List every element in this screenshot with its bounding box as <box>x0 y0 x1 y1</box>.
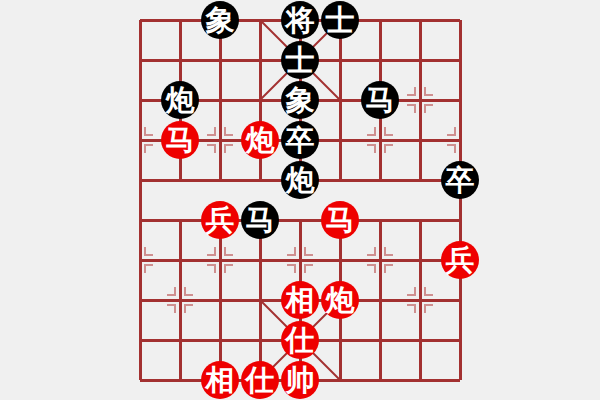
point-8-0[interactable] <box>440 0 480 40</box>
point-5-3[interactable] <box>320 120 360 160</box>
point-1-1[interactable] <box>160 40 200 80</box>
piece-glyph: 卒 <box>286 126 315 155</box>
piece-glyph: 象 <box>206 6 235 35</box>
point-1-4[interactable] <box>160 160 200 200</box>
point-8-3[interactable] <box>440 120 480 160</box>
point-7-4[interactable] <box>400 160 440 200</box>
point-5-6[interactable] <box>320 240 360 280</box>
point-1-5[interactable] <box>160 200 200 240</box>
point-2-1[interactable] <box>200 40 240 80</box>
point-8-5[interactable] <box>440 200 480 240</box>
piece-glyph: 相 <box>286 286 315 315</box>
point-6-9[interactable] <box>360 360 400 400</box>
point-2-4[interactable] <box>200 160 240 200</box>
piece-glyph: 炮 <box>286 166 315 195</box>
piece-black-advisor[interactable]: 士 <box>321 1 359 39</box>
piece-black-advisor[interactable]: 士 <box>281 41 319 79</box>
point-8-7[interactable] <box>440 280 480 320</box>
piece-glyph: 仕 <box>246 366 275 395</box>
point-1-9[interactable] <box>160 360 200 400</box>
piece-glyph: 象 <box>286 86 315 115</box>
point-5-4[interactable] <box>320 160 360 200</box>
point-3-1[interactable] <box>240 40 280 80</box>
piece-glyph: 马 <box>326 206 355 235</box>
point-1-7[interactable] <box>160 280 200 320</box>
piece-glyph: 马 <box>366 86 395 115</box>
piece-black-general[interactable]: 将 <box>281 1 319 39</box>
piece-red-general[interactable]: 帅 <box>281 361 319 399</box>
piece-glyph: 马 <box>166 126 195 155</box>
point-7-0[interactable] <box>400 0 440 40</box>
point-8-1[interactable] <box>440 40 480 80</box>
point-2-8[interactable] <box>200 320 240 360</box>
point-5-9[interactable] <box>320 360 360 400</box>
point-1-8[interactable] <box>160 320 200 360</box>
piece-red-cannon[interactable]: 炮 <box>321 281 359 319</box>
piece-red-elephant[interactable]: 相 <box>281 281 319 319</box>
piece-glyph: 兵 <box>446 246 475 275</box>
point-8-2[interactable] <box>440 80 480 120</box>
point-0-6[interactable] <box>120 240 160 280</box>
piece-red-cannon[interactable]: 炮 <box>241 121 279 159</box>
point-6-0[interactable] <box>360 0 400 40</box>
point-3-7[interactable] <box>240 280 280 320</box>
piece-red-horse[interactable]: 马 <box>161 121 199 159</box>
piece-red-elephant[interactable]: 相 <box>201 361 239 399</box>
point-0-8[interactable] <box>120 320 160 360</box>
piece-glyph: 将 <box>286 6 315 35</box>
point-0-4[interactable] <box>120 160 160 200</box>
piece-red-pawn[interactable]: 兵 <box>441 241 479 279</box>
point-0-1[interactable] <box>120 40 160 80</box>
point-7-1[interactable] <box>400 40 440 80</box>
point-3-8[interactable] <box>240 320 280 360</box>
piece-black-pawn[interactable]: 卒 <box>281 121 319 159</box>
point-0-9[interactable] <box>120 360 160 400</box>
piece-black-cannon[interactable]: 炮 <box>161 81 199 119</box>
piece-black-horse[interactable]: 马 <box>241 201 279 239</box>
point-0-7[interactable] <box>120 280 160 320</box>
point-6-3[interactable] <box>360 120 400 160</box>
xiangqi-board: 象将士士炮象马马炮卒炮卒兵马马兵相炮仕相仕帅 <box>0 0 600 400</box>
piece-black-elephant[interactable]: 象 <box>281 81 319 119</box>
point-7-3[interactable] <box>400 120 440 160</box>
piece-glyph: 士 <box>286 46 315 75</box>
point-5-1[interactable] <box>320 40 360 80</box>
piece-red-pawn[interactable]: 兵 <box>201 201 239 239</box>
point-0-2[interactable] <box>120 80 160 120</box>
point-6-5[interactable] <box>360 200 400 240</box>
piece-glyph: 马 <box>246 206 275 235</box>
point-3-4[interactable] <box>240 160 280 200</box>
piece-glyph: 仕 <box>286 326 315 355</box>
point-0-5[interactable] <box>120 200 160 240</box>
point-6-4[interactable] <box>360 160 400 200</box>
piece-black-elephant[interactable]: 象 <box>201 1 239 39</box>
point-3-0[interactable] <box>240 0 280 40</box>
point-6-8[interactable] <box>360 320 400 360</box>
piece-black-cannon[interactable]: 炮 <box>281 161 319 199</box>
piece-glyph: 炮 <box>166 86 195 115</box>
point-0-3[interactable] <box>120 120 160 160</box>
point-4-6[interactable] <box>280 240 320 280</box>
point-7-8[interactable] <box>400 320 440 360</box>
point-6-1[interactable] <box>360 40 400 80</box>
piece-glyph: 帅 <box>286 366 315 395</box>
piece-red-advisor[interactable]: 仕 <box>281 321 319 359</box>
point-3-2[interactable] <box>240 80 280 120</box>
piece-glyph: 士 <box>326 6 355 35</box>
xiangqi-board-grid: 象将士士炮象马马炮卒炮卒兵马马兵相炮仕相仕帅 <box>120 0 480 400</box>
point-2-3[interactable] <box>200 120 240 160</box>
point-3-6[interactable] <box>240 240 280 280</box>
point-7-6[interactable] <box>400 240 440 280</box>
point-0-0[interactable] <box>120 0 160 40</box>
piece-glyph: 炮 <box>246 126 275 155</box>
point-4-5[interactable] <box>280 200 320 240</box>
point-1-6[interactable] <box>160 240 200 280</box>
point-6-6[interactable] <box>360 240 400 280</box>
point-8-8[interactable] <box>440 320 480 360</box>
point-5-2[interactable] <box>320 80 360 120</box>
point-5-8[interactable] <box>320 320 360 360</box>
point-2-6[interactable] <box>200 240 240 280</box>
piece-glyph: 卒 <box>446 166 475 195</box>
point-7-5[interactable] <box>400 200 440 240</box>
piece-glyph: 兵 <box>206 206 235 235</box>
point-6-7[interactable] <box>360 280 400 320</box>
piece-black-pawn[interactable]: 卒 <box>441 161 479 199</box>
piece-red-horse[interactable]: 马 <box>321 201 359 239</box>
point-7-9[interactable] <box>400 360 440 400</box>
piece-glyph: 相 <box>206 366 235 395</box>
point-8-9[interactable] <box>440 360 480 400</box>
piece-glyph: 炮 <box>326 286 355 315</box>
point-2-2[interactable] <box>200 80 240 120</box>
point-2-7[interactable] <box>200 280 240 320</box>
piece-black-horse[interactable]: 马 <box>361 81 399 119</box>
point-7-2[interactable] <box>400 80 440 120</box>
point-1-0[interactable] <box>160 0 200 40</box>
point-7-7[interactable] <box>400 280 440 320</box>
piece-red-advisor[interactable]: 仕 <box>241 361 279 399</box>
